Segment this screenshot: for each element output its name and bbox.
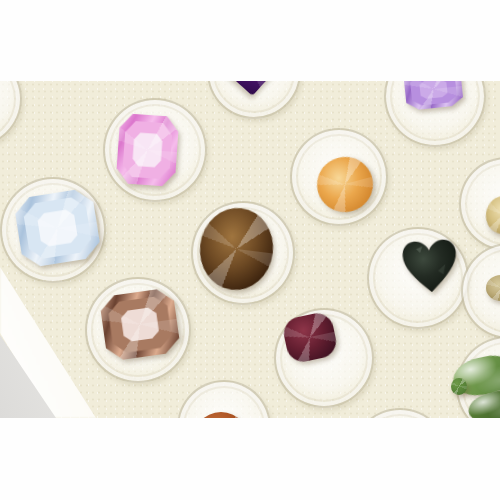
gem-pink-topaz [116, 113, 180, 187]
gem-sparkle [116, 113, 180, 187]
gem-aquamarine [13, 187, 102, 268]
gem-sparkle [195, 204, 277, 294]
gem-black-heart [396, 231, 464, 299]
gem-jade-pebble [451, 378, 467, 395]
gem-sparkle [13, 187, 102, 268]
letterbox-bottom [0, 418, 500, 500]
letterbox-top [0, 0, 500, 81]
gem-tan-stone [486, 275, 500, 301]
gem-sparkle [99, 287, 181, 362]
gem-sparkle [486, 275, 500, 301]
capsule-c01 [0, 81, 22, 147]
photo-frame [0, 0, 500, 500]
capsule-c15 [351, 408, 449, 418]
gem-tray-photo [0, 81, 500, 418]
gem-morganite-octagon [99, 287, 181, 362]
gem-sparkle [451, 378, 467, 395]
gem-smoky-quartz [195, 204, 277, 294]
heart-gem-shape [396, 231, 464, 299]
